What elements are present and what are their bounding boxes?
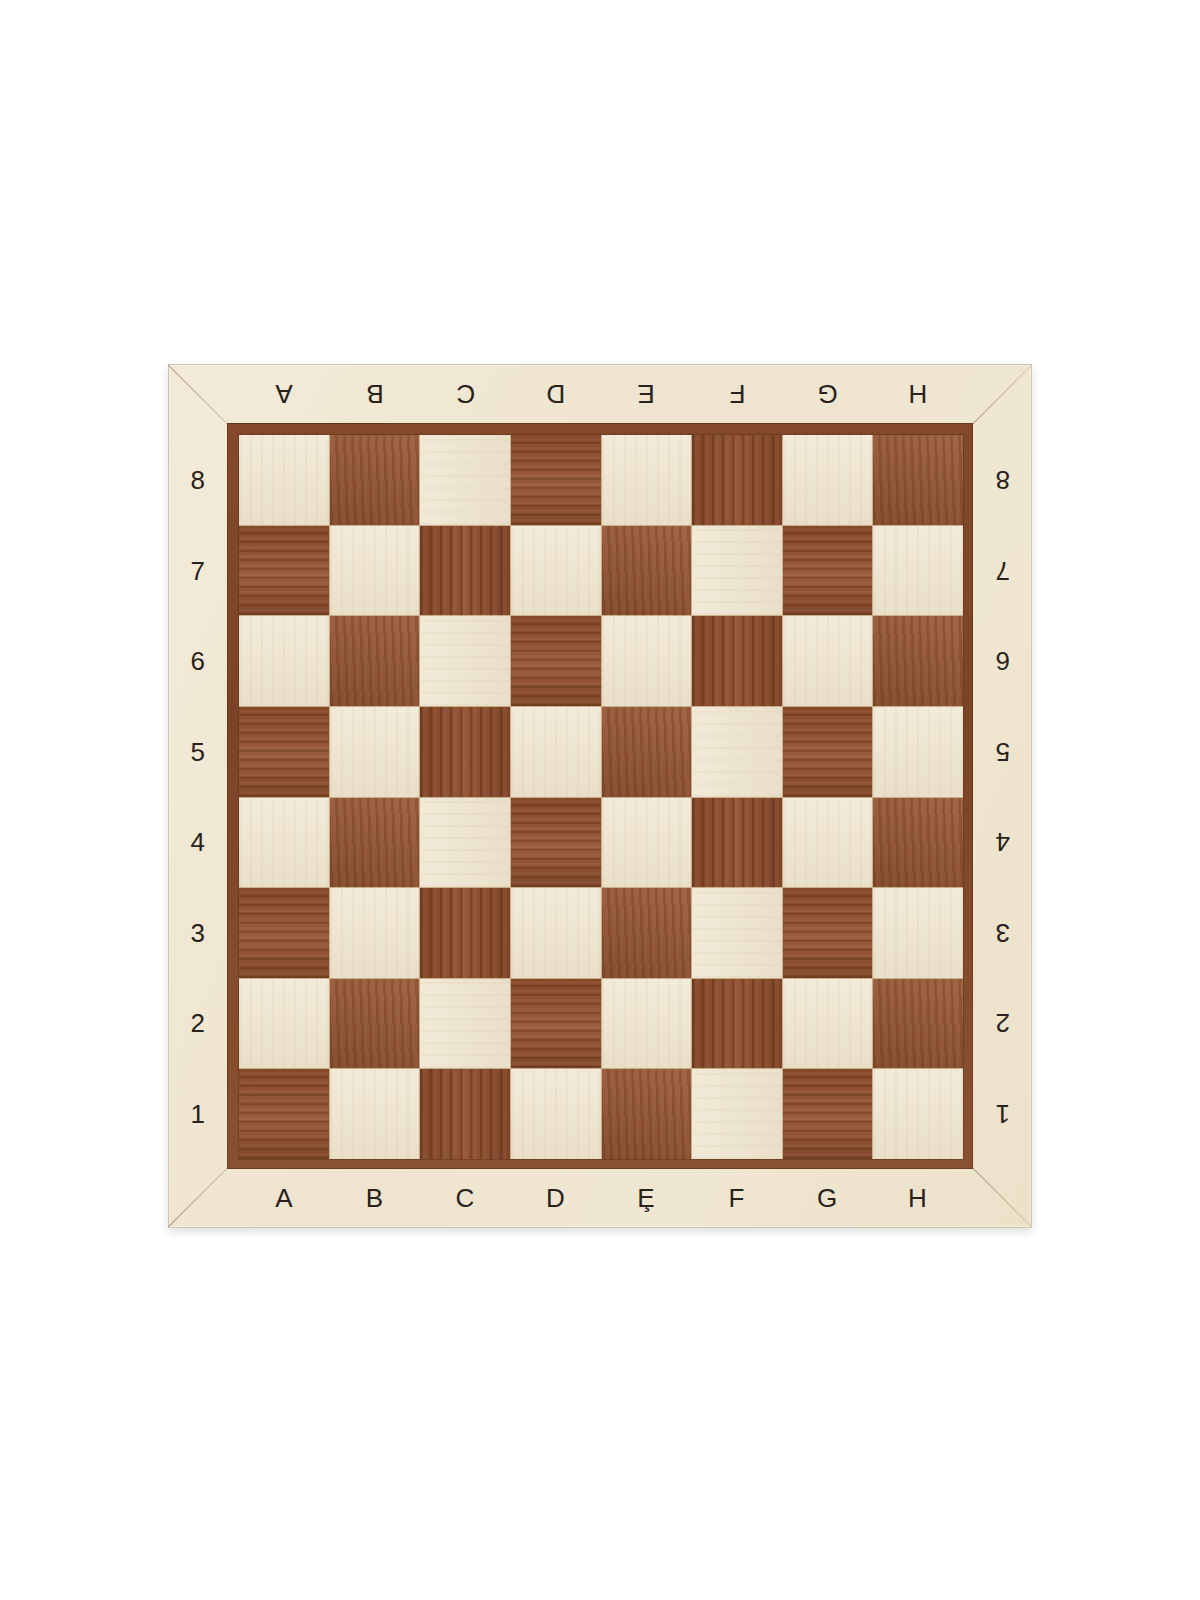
square-h4[interactable] xyxy=(873,798,963,888)
file-label-top-cell-6: G xyxy=(782,365,873,423)
square-h7[interactable] xyxy=(873,526,963,616)
file-label-bottom-a: A xyxy=(275,1185,293,1211)
square-f2[interactable] xyxy=(692,979,782,1069)
rank-label-right-cell-3: 5 xyxy=(973,707,1031,798)
file-label-top-g: G xyxy=(817,381,838,407)
square-f8[interactable] xyxy=(692,435,782,525)
square-a5[interactable] xyxy=(239,707,329,797)
square-d4[interactable] xyxy=(511,798,601,888)
square-a1[interactable] xyxy=(239,1069,329,1159)
square-a4[interactable] xyxy=(239,798,329,888)
rank-label-left-7: 7 xyxy=(191,558,206,584)
file-label-top-d: D xyxy=(546,381,565,407)
square-e1[interactable] xyxy=(602,1069,692,1159)
file-label-top-cell-0: A xyxy=(239,365,330,423)
rank-label-left-5: 5 xyxy=(191,739,206,765)
square-e4[interactable] xyxy=(602,798,692,888)
square-e5[interactable] xyxy=(602,707,692,797)
file-label-top-a: A xyxy=(275,381,293,407)
square-h1[interactable] xyxy=(873,1069,963,1159)
square-c3[interactable] xyxy=(420,888,510,978)
rank-label-left-8: 8 xyxy=(191,467,206,493)
file-label-bottom-cell-6: G xyxy=(782,1169,873,1227)
rank-label-right-3: 3 xyxy=(995,920,1010,946)
square-b3[interactable] xyxy=(330,888,420,978)
file-label-top-f: F xyxy=(729,381,745,407)
file-label-bottom-cell-7: H xyxy=(873,1169,964,1227)
file-label-bottom-cell-5: F xyxy=(692,1169,783,1227)
rank-label-left-3: 3 xyxy=(191,920,206,946)
file-label-bottom-g: G xyxy=(817,1185,838,1211)
square-f7[interactable] xyxy=(692,526,782,616)
rank-label-right-6: 6 xyxy=(995,648,1010,674)
square-b7[interactable] xyxy=(330,526,420,616)
square-b2[interactable] xyxy=(330,979,420,1069)
file-label-bottom-cell-0: A xyxy=(239,1169,330,1227)
rank-label-left-2: 2 xyxy=(191,1010,206,1036)
square-c2[interactable] xyxy=(420,979,510,1069)
square-e8[interactable] xyxy=(602,435,692,525)
rank-label-left-1: 1 xyxy=(191,1101,206,1127)
file-label-top-cell-1: B xyxy=(330,365,421,423)
square-g3[interactable] xyxy=(783,888,873,978)
rank-label-left-6: 6 xyxy=(191,648,206,674)
file-label-top-h: H xyxy=(908,381,927,407)
square-c1[interactable] xyxy=(420,1069,510,1159)
file-label-top-e: E xyxy=(637,381,655,407)
rank-label-right-cell-5: 3 xyxy=(973,888,1031,979)
square-d1[interactable] xyxy=(511,1069,601,1159)
square-h3[interactable] xyxy=(873,888,963,978)
file-label-bottom-h: H xyxy=(908,1185,927,1211)
square-e6[interactable] xyxy=(602,616,692,706)
file-label-bottom-cell-2: C xyxy=(420,1169,511,1227)
squares-grid xyxy=(239,435,963,1159)
square-b1[interactable] xyxy=(330,1069,420,1159)
square-d2[interactable] xyxy=(511,979,601,1069)
square-g2[interactable] xyxy=(783,979,873,1069)
rank-label-right-cell-0: 8 xyxy=(973,435,1031,526)
square-f4[interactable] xyxy=(692,798,782,888)
square-g8[interactable] xyxy=(783,435,873,525)
rank-label-left-4: 4 xyxy=(191,829,206,855)
file-label-bottom-c: C xyxy=(456,1185,475,1211)
rank-label-right-2: 2 xyxy=(995,1010,1010,1036)
file-labels-bottom: ABCDȨFGH xyxy=(239,1169,963,1227)
square-h6[interactable] xyxy=(873,616,963,706)
square-f5[interactable] xyxy=(692,707,782,797)
square-c7[interactable] xyxy=(420,526,510,616)
square-h5[interactable] xyxy=(873,707,963,797)
square-c8[interactable] xyxy=(420,435,510,525)
rank-labels-right: 87654321 xyxy=(973,435,1031,1159)
square-h8[interactable] xyxy=(873,435,963,525)
file-labels-top: ABCDEFGH xyxy=(239,365,963,423)
rank-label-left-cell-5: 3 xyxy=(169,888,227,979)
rank-label-right-4: 4 xyxy=(995,829,1010,855)
square-g6[interactable] xyxy=(783,616,873,706)
square-e2[interactable] xyxy=(602,979,692,1069)
rank-label-right-7: 7 xyxy=(995,558,1010,584)
square-f3[interactable] xyxy=(692,888,782,978)
rank-label-right-cell-2: 6 xyxy=(973,616,1031,707)
rank-label-right-1: 1 xyxy=(995,1101,1010,1127)
square-b5[interactable] xyxy=(330,707,420,797)
square-d5[interactable] xyxy=(511,707,601,797)
file-label-top-cell-5: F xyxy=(692,365,783,423)
square-d7[interactable] xyxy=(511,526,601,616)
rank-label-left-cell-4: 4 xyxy=(169,797,227,888)
rank-label-left-cell-2: 6 xyxy=(169,616,227,707)
square-h2[interactable] xyxy=(873,979,963,1069)
file-label-top-b: B xyxy=(366,381,384,407)
square-d3[interactable] xyxy=(511,888,601,978)
file-label-top-cell-7: H xyxy=(873,365,964,423)
square-f6[interactable] xyxy=(692,616,782,706)
rank-label-right-5: 5 xyxy=(995,739,1010,765)
file-label-bottom-cell-1: B xyxy=(330,1169,421,1227)
square-a3[interactable] xyxy=(239,888,329,978)
file-label-bottom-cell-4: Ȩ xyxy=(601,1169,692,1227)
rank-label-left-cell-0: 8 xyxy=(169,435,227,526)
square-g7[interactable] xyxy=(783,526,873,616)
square-d6[interactable] xyxy=(511,616,601,706)
file-label-top-cell-3: D xyxy=(511,365,602,423)
rank-label-right-cell-6: 2 xyxy=(973,978,1031,1069)
square-c5[interactable] xyxy=(420,707,510,797)
square-a6[interactable] xyxy=(239,616,329,706)
file-label-top-cell-4: E xyxy=(601,365,692,423)
rank-label-left-cell-6: 2 xyxy=(169,978,227,1069)
square-a2[interactable] xyxy=(239,979,329,1069)
square-e7[interactable] xyxy=(602,526,692,616)
square-b6[interactable] xyxy=(330,616,420,706)
rank-label-right-cell-4: 4 xyxy=(973,797,1031,888)
rank-labels-left: 87654321 xyxy=(169,435,227,1159)
rank-label-right-cell-7: 1 xyxy=(973,1069,1031,1160)
square-f1[interactable] xyxy=(692,1069,782,1159)
square-g5[interactable] xyxy=(783,707,873,797)
square-a7[interactable] xyxy=(239,526,329,616)
square-b4[interactable] xyxy=(330,798,420,888)
square-c6[interactable] xyxy=(420,616,510,706)
file-label-bottom-f: F xyxy=(729,1185,745,1211)
rank-label-left-cell-3: 5 xyxy=(169,707,227,798)
chess-board: ABCDEFGH ABCDȨFGH 87654321 87654321 xyxy=(168,364,1032,1228)
square-g1[interactable] xyxy=(783,1069,873,1159)
rank-label-left-cell-7: 1 xyxy=(169,1069,227,1160)
rank-label-right-cell-1: 7 xyxy=(973,526,1031,617)
rank-label-left-cell-1: 7 xyxy=(169,526,227,617)
rank-label-right-8: 8 xyxy=(995,467,1010,493)
square-c4[interactable] xyxy=(420,798,510,888)
square-d8[interactable] xyxy=(511,435,601,525)
square-b8[interactable] xyxy=(330,435,420,525)
file-label-bottom-d: D xyxy=(546,1185,565,1211)
file-label-bottom-cell-3: D xyxy=(511,1169,602,1227)
file-label-top-c: C xyxy=(456,381,475,407)
file-label-bottom-ȩ: Ȩ xyxy=(637,1185,655,1211)
file-label-bottom-b: B xyxy=(366,1185,384,1211)
square-e3[interactable] xyxy=(602,888,692,978)
file-label-top-cell-2: C xyxy=(420,365,511,423)
square-g4[interactable] xyxy=(783,798,873,888)
square-a8[interactable] xyxy=(239,435,329,525)
